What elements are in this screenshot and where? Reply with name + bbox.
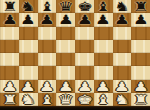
square-e1[interactable]: ♚	[75, 93, 94, 106]
square-g2[interactable]: ♟	[113, 80, 132, 93]
square-a7[interactable]: ♟	[0, 13, 19, 26]
square-h3[interactable]	[131, 66, 150, 79]
square-d3[interactable]	[56, 66, 75, 79]
square-f1[interactable]: ♝	[94, 93, 113, 106]
square-a5[interactable]	[0, 40, 19, 53]
square-d1[interactable]: ♛	[56, 93, 75, 106]
square-b4[interactable]	[19, 53, 38, 66]
piece-white-rook[interactable]: ♜	[133, 93, 149, 106]
square-a1[interactable]: ♜	[0, 93, 19, 106]
square-b6[interactable]	[19, 27, 38, 40]
piece-white-pawn[interactable]: ♟	[39, 80, 55, 93]
piece-black-queen[interactable]: ♛	[58, 0, 74, 13]
square-h5[interactable]	[131, 40, 150, 53]
square-c8[interactable]: ♝	[38, 0, 57, 13]
piece-white-knight[interactable]: ♞	[114, 93, 130, 106]
piece-white-bishop[interactable]: ♝	[95, 93, 111, 106]
square-h1[interactable]: ♜	[131, 93, 150, 106]
square-d8[interactable]: ♛	[56, 0, 75, 13]
square-c4[interactable]	[38, 53, 57, 66]
piece-white-rook[interactable]: ♜	[2, 93, 18, 106]
square-b7[interactable]: ♟	[19, 13, 38, 26]
piece-white-pawn[interactable]: ♟	[2, 80, 18, 93]
square-e4[interactable]	[75, 53, 94, 66]
square-g7[interactable]: ♟	[113, 13, 132, 26]
piece-black-pawn[interactable]: ♟	[114, 13, 130, 26]
piece-white-bishop[interactable]: ♝	[39, 93, 55, 106]
piece-white-pawn[interactable]: ♟	[133, 80, 149, 93]
square-c1[interactable]: ♝	[38, 93, 57, 106]
square-f3[interactable]	[94, 66, 113, 79]
square-b8[interactable]: ♞	[19, 0, 38, 13]
square-e6[interactable]	[75, 27, 94, 40]
piece-black-pawn[interactable]: ♟	[20, 13, 36, 26]
piece-black-pawn[interactable]: ♟	[58, 13, 74, 26]
square-c2[interactable]: ♟	[38, 80, 57, 93]
square-f4[interactable]	[94, 53, 113, 66]
square-c7[interactable]: ♟	[38, 13, 57, 26]
piece-black-pawn[interactable]: ♟	[95, 13, 111, 26]
square-f8[interactable]: ♝	[94, 0, 113, 13]
chess-board: ♜♞♝♛♚♝♞♜♟♟♟♟♟♟♟♟♟♟♟♟♟♟♟♟♜♞♝♛♚♝♞♜	[0, 0, 150, 106]
piece-black-pawn[interactable]: ♟	[2, 13, 18, 26]
square-a3[interactable]	[0, 66, 19, 79]
piece-white-pawn[interactable]: ♟	[77, 80, 93, 93]
square-f2[interactable]: ♟	[94, 80, 113, 93]
square-d2[interactable]: ♟	[56, 80, 75, 93]
piece-white-queen[interactable]: ♛	[58, 93, 74, 106]
square-d7[interactable]: ♟	[56, 13, 75, 26]
square-f6[interactable]	[94, 27, 113, 40]
piece-black-bishop[interactable]: ♝	[39, 0, 55, 13]
square-b3[interactable]	[19, 66, 38, 79]
piece-white-pawn[interactable]: ♟	[95, 80, 111, 93]
board-bottom-edge	[0, 106, 150, 110]
piece-black-knight[interactable]: ♞	[114, 0, 130, 13]
piece-white-knight[interactable]: ♞	[20, 93, 36, 106]
square-h2[interactable]: ♟	[131, 80, 150, 93]
square-f5[interactable]	[94, 40, 113, 53]
piece-white-pawn[interactable]: ♟	[20, 80, 36, 93]
square-e2[interactable]: ♟	[75, 80, 94, 93]
piece-black-pawn[interactable]: ♟	[77, 13, 93, 26]
piece-black-rook[interactable]: ♜	[2, 0, 18, 13]
square-a2[interactable]: ♟	[0, 80, 19, 93]
square-e5[interactable]	[75, 40, 94, 53]
square-b2[interactable]: ♟	[19, 80, 38, 93]
piece-black-bishop[interactable]: ♝	[95, 0, 111, 13]
square-h8[interactable]: ♜	[131, 0, 150, 13]
square-e8[interactable]: ♚	[75, 0, 94, 13]
square-d4[interactable]	[56, 53, 75, 66]
square-c3[interactable]	[38, 66, 57, 79]
piece-black-knight[interactable]: ♞	[20, 0, 36, 13]
square-g6[interactable]	[113, 27, 132, 40]
square-d6[interactable]	[56, 27, 75, 40]
square-g1[interactable]: ♞	[113, 93, 132, 106]
square-a6[interactable]	[0, 27, 19, 40]
square-b5[interactable]	[19, 40, 38, 53]
square-f7[interactable]: ♟	[94, 13, 113, 26]
square-g3[interactable]	[113, 66, 132, 79]
square-g8[interactable]: ♞	[113, 0, 132, 13]
square-g5[interactable]	[113, 40, 132, 53]
square-e7[interactable]: ♟	[75, 13, 94, 26]
piece-white-king[interactable]: ♚	[77, 93, 93, 106]
square-h4[interactable]	[131, 53, 150, 66]
square-h7[interactable]: ♟	[131, 13, 150, 26]
square-g4[interactable]	[113, 53, 132, 66]
square-d5[interactable]	[56, 40, 75, 53]
square-c6[interactable]	[38, 27, 57, 40]
piece-black-king[interactable]: ♚	[77, 0, 93, 13]
square-h6[interactable]	[131, 27, 150, 40]
piece-black-pawn[interactable]: ♟	[39, 13, 55, 26]
piece-white-pawn[interactable]: ♟	[114, 80, 130, 93]
square-e3[interactable]	[75, 66, 94, 79]
square-c5[interactable]	[38, 40, 57, 53]
piece-white-pawn[interactable]: ♟	[58, 80, 74, 93]
chess-app: ♜♞♝♛♚♝♞♜♟♟♟♟♟♟♟♟♟♟♟♟♟♟♟♟♜♞♝♛♚♝♞♜	[0, 0, 150, 110]
square-a8[interactable]: ♜	[0, 0, 19, 13]
square-a4[interactable]	[0, 53, 19, 66]
square-b1[interactable]: ♞	[19, 93, 38, 106]
piece-black-rook[interactable]: ♜	[133, 0, 149, 13]
piece-black-pawn[interactable]: ♟	[133, 13, 149, 26]
